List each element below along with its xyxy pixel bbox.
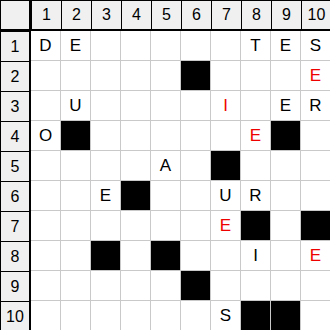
grid-cell-r6c7[interactable]: U <box>211 181 241 211</box>
grid-cell-r5c3[interactable] <box>91 151 121 181</box>
black-cell-r7c10 <box>301 211 330 241</box>
grid-cell-r2c3[interactable] <box>91 61 121 91</box>
row-header-7: 7 <box>1 211 31 241</box>
grid-cell-r7c6[interactable] <box>181 211 211 241</box>
row-header-8: 8 <box>1 241 31 271</box>
grid-cell-r1c2[interactable]: E <box>61 31 91 61</box>
black-cell-r4c9 <box>271 121 301 151</box>
grid-cell-r3c3[interactable] <box>91 91 121 121</box>
black-cell-r6c4 <box>121 181 151 211</box>
grid-cell-r3c9[interactable]: E <box>271 91 301 121</box>
grid-cell-r4c1[interactable]: O <box>31 121 61 151</box>
grid-cell-r5c2[interactable] <box>61 151 91 181</box>
grid-cell-r4c7[interactable] <box>211 121 241 151</box>
grid-cell-r9c8[interactable] <box>241 271 271 301</box>
grid-cell-r7c1[interactable] <box>31 211 61 241</box>
grid-cell-r9c5[interactable] <box>151 271 181 301</box>
row-header-9: 9 <box>1 271 31 301</box>
grid-cell-r8c6[interactable] <box>181 241 211 271</box>
grid-cell-r6c8[interactable]: R <box>241 181 271 211</box>
grid-cell-r7c3[interactable] <box>91 211 121 241</box>
col-header-1: 1 <box>31 1 61 31</box>
col-header-7: 7 <box>211 1 241 31</box>
grid-cell-r2c7[interactable] <box>211 61 241 91</box>
grid-cell-r9c3[interactable] <box>91 271 121 301</box>
row-header-1: 1 <box>1 31 31 61</box>
grid-cell-r8c9[interactable] <box>271 241 301 271</box>
grid-cell-r8c8[interactable]: I <box>241 241 271 271</box>
grid-cell-r3c4[interactable] <box>121 91 151 121</box>
grid-cell-r3c8[interactable] <box>241 91 271 121</box>
black-cell-r7c8 <box>241 211 271 241</box>
grid-cell-r8c7[interactable] <box>211 241 241 271</box>
grid-cell-r7c9[interactable] <box>271 211 301 241</box>
grid-cell-r2c9[interactable] <box>271 61 301 91</box>
grid-cell-r6c1[interactable] <box>31 181 61 211</box>
col-header-9: 9 <box>271 1 301 31</box>
grid-cell-r6c2[interactable] <box>61 181 91 211</box>
grid-cell-r9c2[interactable] <box>61 271 91 301</box>
grid-cell-r5c4[interactable] <box>121 151 151 181</box>
grid-cell-r5c8[interactable] <box>241 151 271 181</box>
grid-cell-r2c5[interactable] <box>151 61 181 91</box>
row-header-3: 3 <box>1 91 31 121</box>
row-header-5: 5 <box>1 151 31 181</box>
black-cell-r10c9 <box>271 301 301 330</box>
grid-cell-r9c4[interactable] <box>121 271 151 301</box>
grid-cell-r10c2[interactable] <box>61 301 91 330</box>
grid-cell-r10c10[interactable] <box>301 301 330 330</box>
grid-cell-r10c5[interactable] <box>151 301 181 330</box>
grid-cell-r2c10[interactable]: E <box>301 61 330 91</box>
grid-cell-r7c5[interactable] <box>151 211 181 241</box>
crossword-board: 123456789101DETES2E3UIER4OE5A6EUR7E8IE91… <box>0 0 330 330</box>
grid-cell-r1c9[interactable]: E <box>271 31 301 61</box>
grid-cell-r5c6[interactable] <box>181 151 211 181</box>
grid-cell-r1c10[interactable]: S <box>301 31 330 61</box>
grid-cell-r10c1[interactable] <box>31 301 61 330</box>
grid-cell-r3c7[interactable]: I <box>211 91 241 121</box>
crossword-puzzle: 123456789101DETES2E3UIER4OE5A6EUR7E8IE91… <box>0 0 330 330</box>
black-cell-r10c8 <box>241 301 271 330</box>
grid-cell-r6c9[interactable] <box>271 181 301 211</box>
row-header-10: 10 <box>1 301 31 330</box>
grid-cell-r10c6[interactable] <box>181 301 211 330</box>
grid-cell-r10c3[interactable] <box>91 301 121 330</box>
grid-cell-r4c10[interactable] <box>301 121 330 151</box>
grid-cell-r5c1[interactable] <box>31 151 61 181</box>
grid-cell-r5c9[interactable] <box>271 151 301 181</box>
grid-cell-r10c7[interactable]: S <box>211 301 241 330</box>
row-header-6: 6 <box>1 181 31 211</box>
black-cell-r8c3 <box>91 241 121 271</box>
grid-cell-r8c4[interactable] <box>121 241 151 271</box>
grid-cell-r1c1[interactable]: D <box>31 31 61 61</box>
grid-cell-r2c2[interactable] <box>61 61 91 91</box>
grid-cell-r4c8[interactable]: E <box>241 121 271 151</box>
grid-cell-r9c9[interactable] <box>271 271 301 301</box>
grid-cell-r1c6[interactable] <box>181 31 211 61</box>
black-cell-r4c2 <box>61 121 91 151</box>
grid-cell-r6c6[interactable] <box>181 181 211 211</box>
col-header-10: 10 <box>301 1 330 31</box>
grid-cell-r3c6[interactable] <box>181 91 211 121</box>
grid-cell-r3c5[interactable] <box>151 91 181 121</box>
black-cell-r5c7 <box>211 151 241 181</box>
grid-cell-r7c7[interactable]: E <box>211 211 241 241</box>
col-header-8: 8 <box>241 1 271 31</box>
grid-cell-r5c10[interactable] <box>301 151 330 181</box>
grid-cell-r1c3[interactable] <box>91 31 121 61</box>
grid-cell-r8c10[interactable]: E <box>301 241 330 271</box>
row-header-4: 4 <box>1 121 31 151</box>
grid-cell-r8c1[interactable] <box>31 241 61 271</box>
grid-cell-r7c2[interactable] <box>61 211 91 241</box>
grid-cell-r6c10[interactable] <box>301 181 330 211</box>
grid-cell-r10c4[interactable] <box>121 301 151 330</box>
grid-cell-r1c7[interactable] <box>211 31 241 61</box>
col-header-5: 5 <box>151 1 181 31</box>
col-header-3: 3 <box>91 1 121 31</box>
grid-cell-r2c1[interactable] <box>31 61 61 91</box>
grid-cell-r1c5[interactable] <box>151 31 181 61</box>
grid-cell-r4c5[interactable] <box>151 121 181 151</box>
grid-cell-r6c3[interactable]: E <box>91 181 121 211</box>
row-header-2: 2 <box>1 61 31 91</box>
grid-cell-r6c5[interactable] <box>151 181 181 211</box>
grid-cell-r9c10[interactable] <box>301 271 330 301</box>
grid-cell-r5c5[interactable]: A <box>151 151 181 181</box>
corner-cell <box>1 1 31 31</box>
grid-cell-r1c4[interactable] <box>121 31 151 61</box>
grid-cell-r9c7[interactable] <box>211 271 241 301</box>
col-header-4: 4 <box>121 1 151 31</box>
grid-cell-r2c8[interactable] <box>241 61 271 91</box>
col-header-2: 2 <box>61 1 91 31</box>
grid-cell-r9c1[interactable] <box>31 271 61 301</box>
grid-cell-r1c8[interactable]: T <box>241 31 271 61</box>
grid-cell-r7c4[interactable] <box>121 211 151 241</box>
grid-cell-r3c2[interactable]: U <box>61 91 91 121</box>
grid-cell-r3c10[interactable]: R <box>301 91 330 121</box>
grid-cell-r3c1[interactable] <box>31 91 61 121</box>
black-cell-r8c5 <box>151 241 181 271</box>
col-header-6: 6 <box>181 1 211 31</box>
grid-cell-r4c4[interactable] <box>121 121 151 151</box>
grid-cell-r8c2[interactable] <box>61 241 91 271</box>
black-cell-r9c6 <box>181 271 211 301</box>
grid-cell-r4c3[interactable] <box>91 121 121 151</box>
grid-cell-r2c4[interactable] <box>121 61 151 91</box>
grid-cell-r4c6[interactable] <box>181 121 211 151</box>
black-cell-r2c6 <box>181 61 211 91</box>
